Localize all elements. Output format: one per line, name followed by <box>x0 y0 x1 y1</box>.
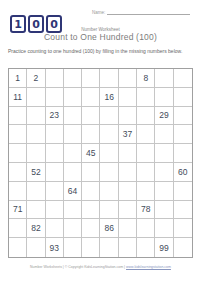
grid-cell-empty[interactable] <box>27 107 45 126</box>
grid-cell-given-number: 11 <box>9 88 27 107</box>
grid-cell-empty[interactable] <box>174 125 192 144</box>
grid-cell-empty[interactable] <box>137 107 155 126</box>
grid-cell-given-number: 23 <box>46 107 64 126</box>
grid-cell-empty[interactable] <box>64 88 82 107</box>
grid-cell-empty[interactable] <box>82 201 100 220</box>
grid-cell-given-number: 64 <box>64 182 82 201</box>
grid-cell-empty[interactable] <box>174 69 192 88</box>
name-fill-in-line[interactable] <box>107 9 190 15</box>
grid-cell-empty[interactable] <box>137 238 155 257</box>
grid-cell-empty[interactable] <box>119 88 137 107</box>
grid-cell-empty[interactable] <box>9 182 27 201</box>
grid-cell-empty[interactable] <box>119 144 137 163</box>
grid-cell-given-number: 2 <box>27 69 45 88</box>
grid-cell-given-number: 29 <box>155 107 173 126</box>
grid-cell-empty[interactable] <box>155 201 173 220</box>
grid-cell-empty[interactable] <box>27 182 45 201</box>
grid-cell-empty[interactable] <box>46 219 64 238</box>
worksheet-grid: 128111623293745526064717882869399 <box>8 68 193 258</box>
footer-credits: Number Worksheets | © Copyright KidsLear… <box>0 265 201 269</box>
grid-cell-empty[interactable] <box>155 144 173 163</box>
grid-cell-empty[interactable] <box>64 125 82 144</box>
grid-cell-empty[interactable] <box>9 125 27 144</box>
grid-cell-given-number: 52 <box>27 163 45 182</box>
grid-cell-empty[interactable] <box>174 219 192 238</box>
grid-cell-empty[interactable] <box>137 125 155 144</box>
grid-cell-empty[interactable] <box>82 163 100 182</box>
grid-cell-empty[interactable] <box>64 144 82 163</box>
grid-cell-empty[interactable] <box>27 88 45 107</box>
grid-cell-given-number: 1 <box>9 69 27 88</box>
instructions-text: Practice counting to one hundred (100) b… <box>8 48 193 55</box>
grid-cell-given-number: 71 <box>9 201 27 220</box>
footer-link[interactable]: www.kidslearningstation.com <box>126 265 171 269</box>
grid-cell-empty[interactable] <box>46 125 64 144</box>
grid-cell-empty[interactable] <box>119 69 137 88</box>
grid-cell-empty[interactable] <box>9 107 27 126</box>
grid-cell-empty[interactable] <box>155 163 173 182</box>
grid-cell-empty[interactable] <box>82 88 100 107</box>
grid-cell-empty[interactable] <box>9 219 27 238</box>
grid-cell-empty[interactable] <box>119 201 137 220</box>
grid-cell-empty[interactable] <box>155 125 173 144</box>
grid-cell-empty[interactable] <box>174 238 192 257</box>
grid-cell-empty[interactable] <box>100 107 118 126</box>
grid-cell-given-number: 8 <box>137 69 155 88</box>
grid-cell-empty[interactable] <box>100 69 118 88</box>
grid-cell-empty[interactable] <box>46 182 64 201</box>
grid-cell-given-number: 37 <box>119 125 137 144</box>
grid-cell-empty[interactable] <box>82 219 100 238</box>
grid-cell-empty[interactable] <box>27 125 45 144</box>
grid-cell-empty[interactable] <box>155 69 173 88</box>
grid-cell-empty[interactable] <box>82 238 100 257</box>
grid-cell-empty[interactable] <box>100 125 118 144</box>
grid-cell-empty[interactable] <box>100 182 118 201</box>
grid-cell-empty[interactable] <box>64 219 82 238</box>
grid-cell-empty[interactable] <box>46 88 64 107</box>
grid-cell-empty[interactable] <box>82 182 100 201</box>
grid-cell-empty[interactable] <box>100 201 118 220</box>
name-row: Name: <box>92 9 190 15</box>
grid-cell-given-number: 60 <box>174 163 192 182</box>
grid-cell-empty[interactable] <box>27 238 45 257</box>
grid-cell-empty[interactable] <box>174 144 192 163</box>
grid-cell-empty[interactable] <box>137 144 155 163</box>
grid-cell-empty[interactable] <box>174 88 192 107</box>
grid-cell-given-number: 82 <box>27 219 45 238</box>
grid-cell-empty[interactable] <box>9 144 27 163</box>
grid-cell-given-number: 86 <box>100 219 118 238</box>
grid-cell-empty[interactable] <box>119 238 137 257</box>
grid-cell-empty[interactable] <box>82 69 100 88</box>
grid-cell-given-number: 93 <box>46 238 64 257</box>
grid-cell-empty[interactable] <box>155 219 173 238</box>
grid-cell-empty[interactable] <box>46 201 64 220</box>
grid-cell-empty[interactable] <box>174 201 192 220</box>
grid-cell-empty[interactable] <box>119 219 137 238</box>
footer-text: Number Worksheets | © Copyright KidsLear… <box>30 265 126 269</box>
grid-cell-empty[interactable] <box>9 163 27 182</box>
worksheet-page: Name: 1 0 0 Number Worksheet Count to On… <box>0 0 201 282</box>
grid-cell-given-number: 78 <box>137 201 155 220</box>
grid-cell-empty[interactable] <box>46 163 64 182</box>
grid-cell-empty[interactable] <box>137 163 155 182</box>
grid-cell-empty[interactable] <box>137 88 155 107</box>
grid-cell-empty[interactable] <box>82 125 100 144</box>
grid-cell-empty[interactable] <box>119 107 137 126</box>
page-title: Count to One Hundred (100) <box>0 32 201 42</box>
grid-cell-empty[interactable] <box>64 238 82 257</box>
grid-cell-empty[interactable] <box>174 107 192 126</box>
grid-cell-empty[interactable] <box>46 144 64 163</box>
grid-cell-empty[interactable] <box>174 182 192 201</box>
grid-cell-empty[interactable] <box>27 201 45 220</box>
grid-cell-empty[interactable] <box>119 163 137 182</box>
grid-cell-empty[interactable] <box>155 182 173 201</box>
grid-cell-empty[interactable] <box>137 219 155 238</box>
grid-cell-empty[interactable] <box>119 182 137 201</box>
grid-cell-given-number: 99 <box>155 238 173 257</box>
grid-cell-empty[interactable] <box>9 238 27 257</box>
grid-cell-empty[interactable] <box>27 144 45 163</box>
grid-cell-empty[interactable] <box>137 182 155 201</box>
grid-cell-empty[interactable] <box>64 69 82 88</box>
grid-cell-empty[interactable] <box>82 107 100 126</box>
grid-cell-given-number: 16 <box>100 88 118 107</box>
grid-cell-empty[interactable] <box>64 107 82 126</box>
grid-cell-empty[interactable] <box>100 238 118 257</box>
grid-cell-empty[interactable] <box>64 201 82 220</box>
grid-cell-empty[interactable] <box>46 69 64 88</box>
grid-cell-empty[interactable] <box>155 88 173 107</box>
grid-cell-given-number: 45 <box>82 144 100 163</box>
name-label: Name: <box>92 10 105 15</box>
grid-cell-empty[interactable] <box>100 163 118 182</box>
grid-cell-empty[interactable] <box>100 144 118 163</box>
grid-cell-empty[interactable] <box>64 163 82 182</box>
